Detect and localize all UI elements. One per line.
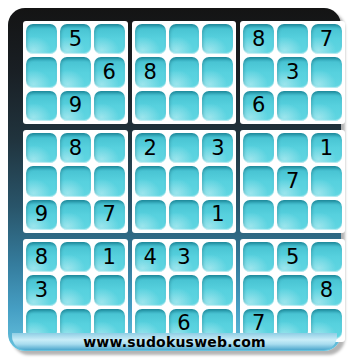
cell-r5c6[interactable] [202,166,233,196]
cell-r5c9[interactable] [311,166,342,196]
cell-r3c7[interactable]: 6 [243,91,274,121]
cell-r3c3[interactable] [94,91,125,121]
cell-r6c2[interactable] [60,200,91,230]
cell-r7c9[interactable] [311,242,342,272]
cell-r7c6[interactable] [202,242,233,272]
cell-r1c4[interactable] [135,24,166,54]
cell-r4c2[interactable]: 8 [60,133,91,163]
cell-r8c7[interactable] [243,275,274,305]
cell-r8c3[interactable] [94,275,125,305]
cell-r3c1[interactable] [26,91,57,121]
cell-r3c9[interactable] [311,91,342,121]
cell-r5c1[interactable] [26,166,57,196]
box-r3-c1: 813 [23,239,128,342]
box-r2-c3: 17 [240,130,345,233]
cell-r3c8[interactable] [277,91,308,121]
cell-r4c7[interactable] [243,133,274,163]
cell-r3c2[interactable]: 9 [60,91,91,121]
cell-r8c9[interactable]: 8 [311,275,342,305]
cell-r6c6[interactable]: 1 [202,200,233,230]
cell-r6c3[interactable]: 7 [94,200,125,230]
cell-r8c5[interactable] [169,275,200,305]
cell-r7c3[interactable]: 1 [94,242,125,272]
box-r2-c2: 231 [132,130,237,233]
cell-r1c2[interactable]: 5 [60,24,91,54]
sudoku-board: 5698873689723117813436587 [23,21,345,342]
cell-r6c4[interactable] [135,200,166,230]
cell-r6c5[interactable] [169,200,200,230]
cell-r7c1[interactable]: 8 [26,242,57,272]
cell-r7c5[interactable]: 3 [169,242,200,272]
cell-r6c7[interactable] [243,200,274,230]
cell-r5c4[interactable] [135,166,166,196]
cell-r3c4[interactable] [135,91,166,121]
cell-r1c5[interactable] [169,24,200,54]
cell-r2c1[interactable] [26,57,57,87]
cell-r6c9[interactable] [311,200,342,230]
cell-r4c5[interactable] [169,133,200,163]
cell-r8c2[interactable] [60,275,91,305]
cell-r4c9[interactable]: 1 [311,133,342,163]
cell-r1c3[interactable] [94,24,125,54]
cell-r2c4[interactable]: 8 [135,57,166,87]
cell-r2c6[interactable] [202,57,233,87]
cell-r1c6[interactable] [202,24,233,54]
cell-r3c5[interactable] [169,91,200,121]
cell-r2c7[interactable] [243,57,274,87]
cell-r4c3[interactable] [94,133,125,163]
cell-r7c2[interactable] [60,242,91,272]
box-r3-c3: 587 [240,239,345,342]
cell-r4c8[interactable] [277,133,308,163]
box-r1-c1: 569 [23,21,128,124]
cell-r2c3[interactable]: 6 [94,57,125,87]
cell-r8c1[interactable]: 3 [26,275,57,305]
cell-r5c7[interactable] [243,166,274,196]
cell-r4c6[interactable]: 3 [202,133,233,163]
cell-r5c5[interactable] [169,166,200,196]
cell-r6c1[interactable]: 9 [26,200,57,230]
site-link[interactable]: www.sudokusweb.com [83,334,266,350]
cell-r2c5[interactable] [169,57,200,87]
cell-r5c2[interactable] [60,166,91,196]
box-r3-c2: 436 [132,239,237,342]
cell-r5c3[interactable] [94,166,125,196]
cell-r8c6[interactable] [202,275,233,305]
cell-r1c8[interactable] [277,24,308,54]
cell-r2c9[interactable] [311,57,342,87]
cell-r1c1[interactable] [26,24,57,54]
cell-r2c2[interactable] [60,57,91,87]
cell-r4c1[interactable] [26,133,57,163]
cell-r4c4[interactable]: 2 [135,133,166,163]
board-frame: 5698873689723117813436587 www.sudokusweb… [8,8,341,351]
cell-r8c4[interactable] [135,275,166,305]
cell-r7c7[interactable] [243,242,274,272]
cell-r1c7[interactable]: 8 [243,24,274,54]
cell-r7c4[interactable]: 4 [135,242,166,272]
cell-r5c8[interactable]: 7 [277,166,308,196]
cell-r3c6[interactable] [202,91,233,121]
cell-r2c8[interactable]: 3 [277,57,308,87]
box-r1-c3: 8736 [240,21,345,124]
cell-r6c8[interactable] [277,200,308,230]
box-r1-c2: 8 [132,21,237,124]
cell-r1c9[interactable]: 7 [311,24,342,54]
cell-r7c8[interactable]: 5 [277,242,308,272]
footer-band: www.sudokusweb.com [12,333,337,350]
box-r2-c1: 897 [23,130,128,233]
cell-r8c8[interactable] [277,275,308,305]
